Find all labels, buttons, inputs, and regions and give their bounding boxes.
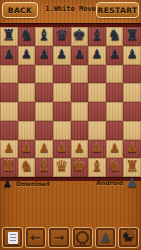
black-bishop: ♝ xyxy=(90,28,103,43)
white-pawn: ♟ xyxy=(74,142,85,154)
square-a4[interactable] xyxy=(0,102,18,121)
chess-app-screen: BACK 1.White Move RESTART ♜♞♝♛♚♝♞♜♟♟♟♟♟♟… xyxy=(0,0,141,250)
white-rook: ♜ xyxy=(2,159,15,174)
square-c1[interactable]: ♝ xyxy=(35,158,53,177)
square-f7[interactable]: ♟ xyxy=(88,46,106,65)
black-knight: ♞ xyxy=(20,28,33,43)
square-g7[interactable]: ♟ xyxy=(106,46,124,65)
white-king: ♚ xyxy=(73,159,86,174)
square-a6[interactable] xyxy=(0,65,18,84)
square-c8[interactable]: ♝ xyxy=(35,27,53,46)
square-d3[interactable] xyxy=(53,121,71,140)
player-strip: ♟ Download Android ♟ xyxy=(0,180,141,193)
square-g3[interactable] xyxy=(106,121,124,140)
black-pawn: ♟ xyxy=(56,48,67,60)
black-pawn: ♟ xyxy=(92,48,103,60)
square-f3[interactable] xyxy=(88,121,106,140)
white-knight: ♞ xyxy=(108,159,121,174)
square-h8[interactable]: ♜ xyxy=(123,27,141,46)
square-a8[interactable]: ♜ xyxy=(0,27,18,46)
white-pawn: ♟ xyxy=(92,142,103,154)
square-e3[interactable] xyxy=(71,121,89,140)
square-g4[interactable] xyxy=(106,102,124,121)
restart-button[interactable]: RESTART xyxy=(96,2,139,18)
chess-piece-icon: ♟ xyxy=(99,231,111,244)
square-d6[interactable] xyxy=(53,65,71,84)
square-f8[interactable]: ♝ xyxy=(88,27,106,46)
undo-button[interactable]: ← xyxy=(25,227,46,248)
left-arrow-icon: ← xyxy=(30,231,41,244)
square-h4[interactable] xyxy=(123,102,141,121)
white-rook: ♜ xyxy=(125,159,138,174)
white-player-label: Android xyxy=(96,179,123,186)
square-f6[interactable] xyxy=(88,65,106,84)
white-pawn: ♟ xyxy=(109,142,120,154)
square-d8[interactable]: ♛ xyxy=(53,27,71,46)
black-rook: ♜ xyxy=(2,28,15,43)
square-e6[interactable] xyxy=(71,65,89,84)
square-d4[interactable] xyxy=(53,102,71,121)
black-player-label: Download xyxy=(16,180,49,187)
square-f1[interactable]: ♝ xyxy=(88,158,106,177)
square-b3[interactable] xyxy=(18,121,36,140)
square-d5[interactable] xyxy=(53,83,71,102)
square-e4[interactable] xyxy=(71,102,89,121)
square-a2[interactable]: ♟ xyxy=(0,140,18,159)
bottom-toolbar: ← → ♟ ♚ ♞ xyxy=(2,227,139,248)
logo-button[interactable]: ♚ ♞ xyxy=(118,227,139,248)
square-a7[interactable]: ♟ xyxy=(0,46,18,65)
brown-knight-icon: ♞ xyxy=(124,226,136,239)
square-f5[interactable] xyxy=(88,83,106,102)
square-a5[interactable] xyxy=(0,83,18,102)
document-icon xyxy=(8,232,18,244)
black-pawn-icon: ♟ xyxy=(3,178,12,189)
white-queen: ♛ xyxy=(55,159,68,174)
black-pawn: ♟ xyxy=(74,48,85,60)
square-c4[interactable] xyxy=(35,102,53,121)
square-b2[interactable]: ♟ xyxy=(18,140,36,159)
square-g2[interactable]: ♟ xyxy=(106,140,124,159)
square-h6[interactable] xyxy=(123,65,141,84)
white-bishop: ♝ xyxy=(90,159,103,174)
square-c3[interactable] xyxy=(35,121,53,140)
black-pawn: ♟ xyxy=(109,48,120,60)
square-d1[interactable]: ♛ xyxy=(53,158,71,177)
black-bishop: ♝ xyxy=(37,28,50,43)
square-b1[interactable]: ♞ xyxy=(18,158,36,177)
black-pawn: ♟ xyxy=(127,48,138,60)
pieces-button[interactable]: ♟ xyxy=(95,227,116,248)
square-g6[interactable] xyxy=(106,65,124,84)
square-e5[interactable] xyxy=(71,83,89,102)
square-b6[interactable] xyxy=(18,65,36,84)
black-pawn: ♟ xyxy=(21,48,32,60)
square-h3[interactable] xyxy=(123,121,141,140)
white-pawn: ♟ xyxy=(21,142,32,154)
black-queen: ♛ xyxy=(55,28,68,43)
black-rook: ♜ xyxy=(125,28,138,43)
square-a1[interactable]: ♜ xyxy=(0,158,18,177)
square-f4[interactable] xyxy=(88,102,106,121)
black-pawn: ♟ xyxy=(3,48,14,60)
square-b4[interactable] xyxy=(18,102,36,121)
square-d2[interactable]: ♟ xyxy=(53,140,71,159)
black-king: ♚ xyxy=(73,28,86,43)
chess-board[interactable]: ♜♞♝♛♚♝♞♜♟♟♟♟♟♟♟♟♟♟♟♟♟♟♟♟♜♞♝♛♚♝♞♜ xyxy=(0,27,141,177)
white-knight: ♞ xyxy=(20,159,33,174)
square-g1[interactable]: ♞ xyxy=(106,158,124,177)
square-b7[interactable]: ♟ xyxy=(18,46,36,65)
square-e8[interactable]: ♚ xyxy=(71,27,89,46)
square-g5[interactable] xyxy=(106,83,124,102)
square-e2[interactable]: ♟ xyxy=(71,140,89,159)
square-e7[interactable]: ♟ xyxy=(71,46,89,65)
white-pawn: ♟ xyxy=(39,142,50,154)
square-h7[interactable]: ♟ xyxy=(123,46,141,65)
square-b8[interactable]: ♞ xyxy=(18,27,36,46)
square-d7[interactable]: ♟ xyxy=(53,46,71,65)
right-arrow-icon: → xyxy=(53,231,64,244)
square-f2[interactable]: ♟ xyxy=(88,140,106,159)
square-e1[interactable]: ♚ xyxy=(71,158,89,177)
square-a3[interactable] xyxy=(0,121,18,140)
square-c7[interactable]: ♟ xyxy=(35,46,53,65)
square-h2[interactable]: ♟ xyxy=(123,140,141,159)
square-c6[interactable] xyxy=(35,65,53,84)
square-c5[interactable] xyxy=(35,83,53,102)
moves-button[interactable] xyxy=(2,227,23,248)
square-h5[interactable] xyxy=(123,83,141,102)
steel-pawn-icon: ♟ xyxy=(126,175,138,190)
black-pawn: ♟ xyxy=(39,48,50,60)
white-bishop: ♝ xyxy=(37,159,50,174)
lightbulb-icon xyxy=(76,231,89,244)
hint-button[interactable] xyxy=(72,227,93,248)
white-pawn: ♟ xyxy=(3,142,14,154)
square-b5[interactable] xyxy=(18,83,36,102)
black-knight: ♞ xyxy=(108,28,121,43)
white-pawn: ♟ xyxy=(56,142,67,154)
redo-button[interactable]: → xyxy=(48,227,69,248)
square-c2[interactable]: ♟ xyxy=(35,140,53,159)
square-g8[interactable]: ♞ xyxy=(106,27,124,46)
white-pawn: ♟ xyxy=(127,142,138,154)
